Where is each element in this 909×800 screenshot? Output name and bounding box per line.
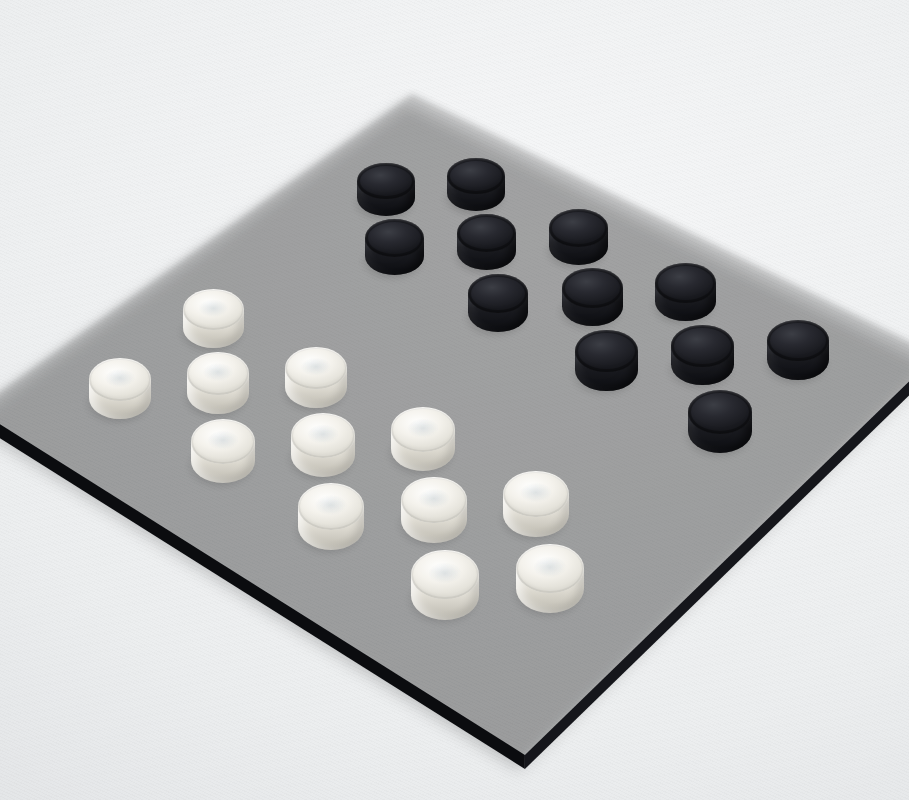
checker-piece-black[interactable] bbox=[468, 274, 529, 332]
checker-piece-white[interactable] bbox=[503, 471, 569, 537]
piece-top-face bbox=[298, 483, 364, 530]
checker-piece-white[interactable] bbox=[401, 477, 467, 544]
checker-piece-black[interactable] bbox=[357, 163, 415, 217]
piece-top-face bbox=[411, 550, 479, 600]
piece-top-face bbox=[671, 325, 733, 367]
piece-top-face bbox=[391, 407, 455, 452]
checker-piece-black[interactable] bbox=[575, 330, 637, 391]
checker-piece-white[interactable] bbox=[183, 289, 244, 348]
piece-top-face bbox=[401, 477, 467, 524]
piece-top-face bbox=[187, 352, 250, 395]
piece-top-face bbox=[503, 471, 569, 518]
checker-piece-black[interactable] bbox=[767, 320, 829, 380]
piece-top-face bbox=[183, 289, 244, 329]
piece-top-face bbox=[89, 358, 152, 401]
piece-top-face bbox=[575, 330, 637, 372]
checker-piece-black[interactable] bbox=[549, 209, 608, 265]
piece-top-face bbox=[655, 263, 716, 303]
checker-piece-white[interactable] bbox=[291, 413, 355, 477]
piece-top-face bbox=[191, 419, 255, 464]
checker-piece-white[interactable] bbox=[411, 550, 479, 620]
checker-piece-white[interactable] bbox=[191, 419, 255, 483]
piece-top-face bbox=[767, 320, 829, 361]
checker-piece-black[interactable] bbox=[457, 214, 516, 270]
piece-top-face bbox=[516, 544, 584, 593]
checker-piece-black[interactable] bbox=[562, 268, 623, 326]
checker-piece-black[interactable] bbox=[365, 219, 424, 275]
piece-top-face bbox=[291, 413, 355, 458]
checker-piece-white[interactable] bbox=[89, 358, 152, 420]
piece-top-face bbox=[357, 163, 415, 199]
checker-piece-black[interactable] bbox=[688, 390, 752, 453]
checker-piece-white[interactable] bbox=[298, 483, 364, 550]
checker-piece-black[interactable] bbox=[671, 325, 733, 385]
checker-piece-white[interactable] bbox=[187, 352, 250, 413]
checker-piece-black[interactable] bbox=[447, 158, 505, 212]
piece-top-face bbox=[562, 268, 623, 308]
checker-piece-white[interactable] bbox=[285, 347, 347, 408]
piece-top-face bbox=[688, 390, 752, 434]
piece-top-face bbox=[549, 209, 608, 247]
checker-piece-black[interactable] bbox=[655, 263, 716, 321]
piece-top-face bbox=[285, 347, 347, 389]
checker-piece-white[interactable] bbox=[516, 544, 584, 614]
piece-top-face bbox=[447, 158, 505, 194]
product-photo-scene: AABBCCDDEEFFGGHH8877665544332211 bbox=[0, 0, 909, 800]
checker-piece-white[interactable] bbox=[391, 407, 455, 471]
